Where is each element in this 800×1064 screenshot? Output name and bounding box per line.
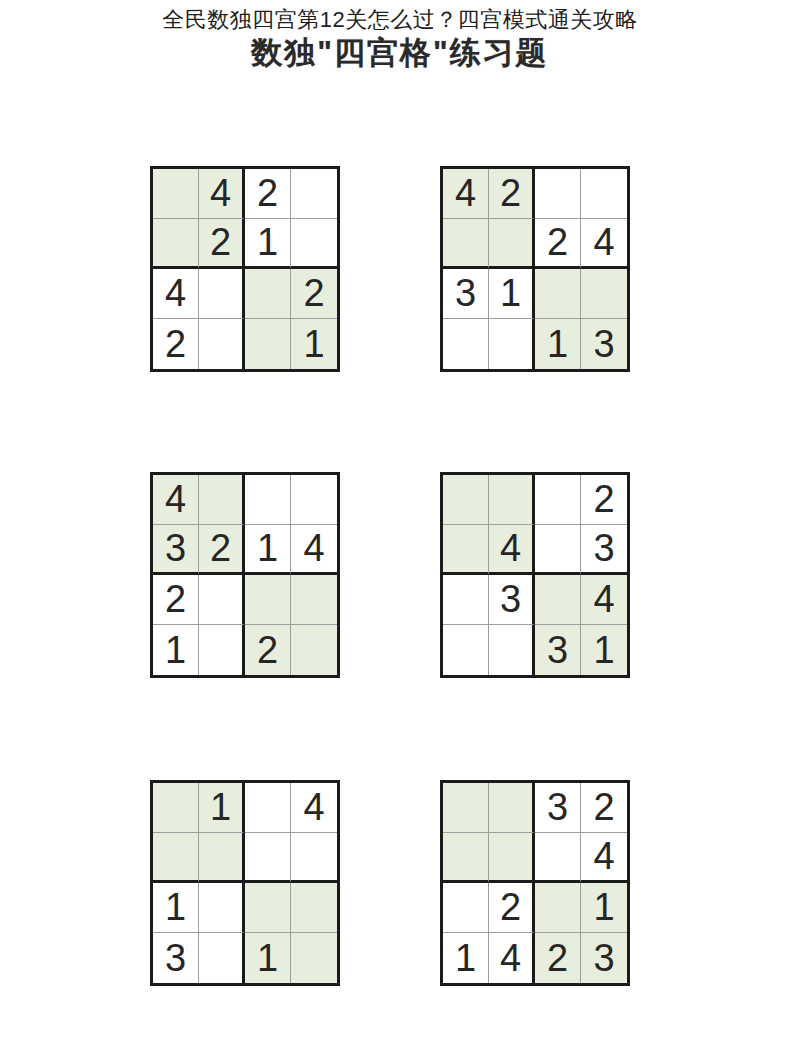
puzzle-6-cell-r3c1 [443, 883, 489, 933]
puzzle-4-cell-r4c1 [443, 625, 489, 675]
puzzle-5-cell-r4c4 [291, 933, 337, 983]
puzzle-1-cell-r4c1: 2 [153, 319, 199, 369]
puzzle-5-cell-r1c2: 1 [199, 783, 245, 833]
puzzle-6-cell-r2c3 [535, 833, 581, 883]
puzzle-6-cell-r4c2: 4 [489, 933, 535, 983]
puzzle-1-cell-r2c3: 1 [245, 219, 291, 269]
puzzle-2-cell-r4c2 [489, 319, 535, 369]
puzzle-3-cell-r1c2 [199, 475, 245, 525]
puzzle-6-cell-r1c2 [489, 783, 535, 833]
puzzle-4-cell-r1c3 [535, 475, 581, 525]
puzzle-3-cell-r4c4 [291, 625, 337, 675]
sudoku-grid-2: 42243113 [440, 166, 630, 372]
puzzle-4-cell-r1c1 [443, 475, 489, 525]
puzzle-2-cell-r2c4: 4 [581, 219, 627, 269]
puzzle-4-cell-r4c3: 3 [535, 625, 581, 675]
puzzle-3-cell-r2c3: 1 [245, 525, 291, 575]
puzzle-2-cell-r1c3 [535, 169, 581, 219]
page-title: 全民数独四宫第12关怎么过？四宫模式通关攻略 [0, 5, 800, 35]
puzzle-2-cell-r2c3: 2 [535, 219, 581, 269]
puzzle-2-cell-r3c1: 3 [443, 269, 489, 319]
sudoku-grid-3: 43214212 [150, 472, 340, 678]
puzzle-3-cell-r3c2 [199, 575, 245, 625]
puzzle-2-cell-r2c1 [443, 219, 489, 269]
puzzle-6-cell-r3c4: 1 [581, 883, 627, 933]
puzzle-5-cell-r4c1: 3 [153, 933, 199, 983]
puzzle-6-cell-r4c4: 3 [581, 933, 627, 983]
puzzle-4-cell-r1c4: 2 [581, 475, 627, 525]
puzzle-4-cell-r2c2: 4 [489, 525, 535, 575]
puzzle-2-cell-r3c3 [535, 269, 581, 319]
puzzle-4-cell-r4c2 [489, 625, 535, 675]
puzzle-5-cell-r2c4 [291, 833, 337, 883]
puzzle-1-cell-r2c4 [291, 219, 337, 269]
sudoku-grid-1: 42214221 [150, 166, 340, 372]
puzzle-5-cell-r1c1 [153, 783, 199, 833]
puzzle-2-cell-r3c2: 1 [489, 269, 535, 319]
puzzle-6-cell-r2c2 [489, 833, 535, 883]
puzzle-6-cell-r4c1: 1 [443, 933, 489, 983]
puzzle-1-cell-r1c2: 4 [199, 169, 245, 219]
puzzle-3-cell-r1c3 [245, 475, 291, 525]
puzzle-5-cell-r2c3 [245, 833, 291, 883]
puzzle-4-cell-r2c4: 3 [581, 525, 627, 575]
puzzle-3-cell-r4c1: 1 [153, 625, 199, 675]
puzzle-2-cell-r3c4 [581, 269, 627, 319]
worksheet-heading: 数独"四宫格"练习题 [0, 32, 800, 74]
puzzle-4-cell-r3c1 [443, 575, 489, 625]
puzzle-4-cell-r3c2: 3 [489, 575, 535, 625]
puzzle-5-cell-r2c1 [153, 833, 199, 883]
puzzle-4-cell-r4c4: 1 [581, 625, 627, 675]
puzzle-5-cell-r3c2 [199, 883, 245, 933]
puzzle-4-cell-r3c3 [535, 575, 581, 625]
puzzle-6-cell-r1c4: 2 [581, 783, 627, 833]
puzzle-6-cell-r2c4: 4 [581, 833, 627, 883]
puzzle-1-cell-r3c4: 2 [291, 269, 337, 319]
puzzle-4-cell-r3c4: 4 [581, 575, 627, 625]
puzzle-1-cell-r1c4 [291, 169, 337, 219]
puzzle-5-cell-r2c2 [199, 833, 245, 883]
puzzle-6-cell-r1c3: 3 [535, 783, 581, 833]
puzzle-6-cell-r4c3: 2 [535, 933, 581, 983]
puzzle-5-cell-r4c2 [199, 933, 245, 983]
puzzle-3-cell-r2c2: 2 [199, 525, 245, 575]
sudoku-grid-5: 14131 [150, 780, 340, 986]
puzzle-1-cell-r4c2 [199, 319, 245, 369]
puzzle-6-cell-r3c3 [535, 883, 581, 933]
puzzle-3-cell-r2c4: 4 [291, 525, 337, 575]
puzzle-6-cell-r2c1 [443, 833, 489, 883]
puzzle-5-cell-r1c3 [245, 783, 291, 833]
puzzle-1-cell-r4c3 [245, 319, 291, 369]
puzzle-2-cell-r1c1: 4 [443, 169, 489, 219]
puzzle-2-cell-r4c4: 3 [581, 319, 627, 369]
sudoku-grid-6: 324211423 [440, 780, 630, 986]
puzzle-5-cell-r4c3: 1 [245, 933, 291, 983]
puzzle-1-cell-r3c3 [245, 269, 291, 319]
puzzle-3-cell-r3c1: 2 [153, 575, 199, 625]
puzzle-2-cell-r1c4 [581, 169, 627, 219]
puzzle-6-cell-r1c1 [443, 783, 489, 833]
puzzle-3-cell-r1c1: 4 [153, 475, 199, 525]
puzzle-5-cell-r3c4 [291, 883, 337, 933]
puzzle-1-cell-r1c3: 2 [245, 169, 291, 219]
puzzle-1-cell-r3c1: 4 [153, 269, 199, 319]
puzzle-3-cell-r2c1: 3 [153, 525, 199, 575]
puzzle-1-cell-r4c4: 1 [291, 319, 337, 369]
puzzle-5-cell-r3c3 [245, 883, 291, 933]
puzzle-2-cell-r4c1 [443, 319, 489, 369]
puzzle-1-cell-r2c2: 2 [199, 219, 245, 269]
puzzle-3-cell-r1c4 [291, 475, 337, 525]
puzzle-3-cell-r3c3 [245, 575, 291, 625]
puzzle-3-cell-r4c2 [199, 625, 245, 675]
sudoku-grid-4: 2433431 [440, 472, 630, 678]
puzzle-5-cell-r3c1: 1 [153, 883, 199, 933]
puzzle-3-cell-r4c3: 2 [245, 625, 291, 675]
puzzle-4-cell-r2c1 [443, 525, 489, 575]
puzzle-3-cell-r3c4 [291, 575, 337, 625]
puzzle-4-cell-r1c2 [489, 475, 535, 525]
puzzle-1-cell-r2c1 [153, 219, 199, 269]
puzzle-5-cell-r1c4: 4 [291, 783, 337, 833]
puzzle-2-cell-r2c2 [489, 219, 535, 269]
puzzle-1-cell-r3c2 [199, 269, 245, 319]
puzzle-1-cell-r1c1 [153, 169, 199, 219]
puzzle-2-cell-r4c3: 1 [535, 319, 581, 369]
puzzle-6-cell-r3c2: 2 [489, 883, 535, 933]
puzzle-4-cell-r2c3 [535, 525, 581, 575]
puzzle-2-cell-r1c2: 2 [489, 169, 535, 219]
